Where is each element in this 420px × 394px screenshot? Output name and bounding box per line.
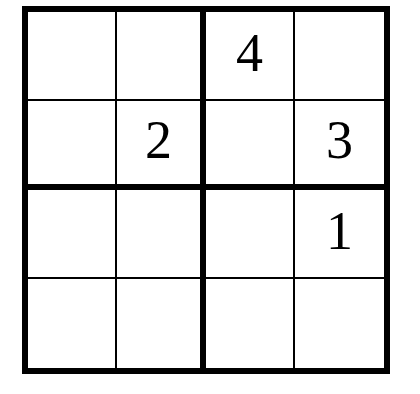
cell-r4c2[interactable] — [117, 279, 206, 368]
cell-r3c1[interactable] — [28, 190, 117, 279]
cell-r2c4[interactable]: 3 — [295, 101, 384, 190]
sudoku-board: 4 2 3 1 — [22, 6, 390, 374]
cell-r3c4[interactable]: 1 — [295, 190, 384, 279]
cell-r4c4[interactable] — [295, 279, 384, 368]
cell-r4c3[interactable] — [206, 279, 295, 368]
cell-r1c2[interactable] — [117, 12, 206, 101]
cell-r4c1[interactable] — [28, 279, 117, 368]
cell-r1c1[interactable] — [28, 12, 117, 101]
cell-r1c3[interactable]: 4 — [206, 12, 295, 101]
cell-r3c3[interactable] — [206, 190, 295, 279]
cell-r1c4[interactable] — [295, 12, 384, 101]
cell-r2c3[interactable] — [206, 101, 295, 190]
cell-r2c1[interactable] — [28, 101, 117, 190]
cell-r3c2[interactable] — [117, 190, 206, 279]
cell-r2c2[interactable]: 2 — [117, 101, 206, 190]
